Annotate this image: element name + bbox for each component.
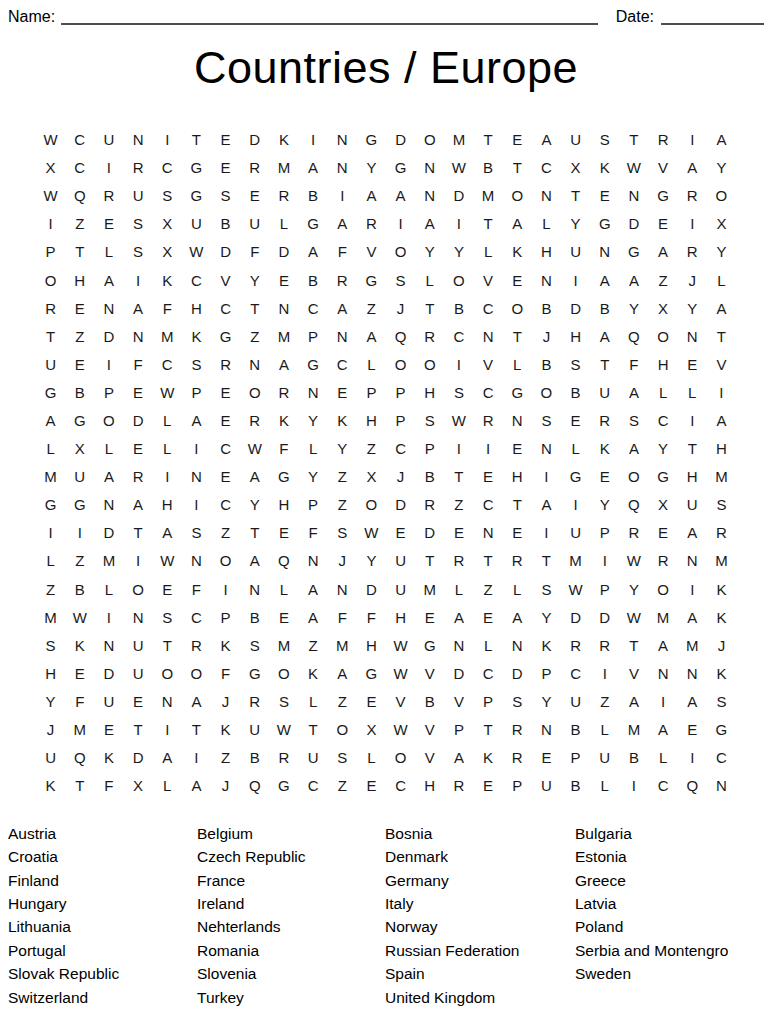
grid-cell[interactable]: K xyxy=(532,631,561,659)
grid-cell[interactable]: H xyxy=(357,631,386,659)
grid-cell[interactable]: E xyxy=(269,603,298,631)
grid-cell[interactable]: R xyxy=(678,238,707,266)
grid-cell[interactable]: W xyxy=(36,126,65,154)
grid-cell[interactable]: Z xyxy=(357,435,386,463)
grid-cell[interactable]: V xyxy=(707,350,736,378)
grid-cell[interactable]: Z xyxy=(298,631,327,659)
grid-cell[interactable]: M xyxy=(678,631,707,659)
grid-cell[interactable]: E xyxy=(473,772,502,800)
grid-cell[interactable]: L xyxy=(444,575,473,603)
grid-cell[interactable]: F xyxy=(65,687,94,715)
grid-cell[interactable]: A xyxy=(648,238,677,266)
grid-cell[interactable]: O xyxy=(648,575,677,603)
grid-cell[interactable]: I xyxy=(444,435,473,463)
grid-cell[interactable]: N xyxy=(415,154,444,182)
grid-cell[interactable]: P xyxy=(590,575,619,603)
grid-cell[interactable]: K xyxy=(153,266,182,294)
grid-cell[interactable]: S xyxy=(386,266,415,294)
grid-cell[interactable]: N xyxy=(328,322,357,350)
grid-cell[interactable]: K xyxy=(590,154,619,182)
grid-cell[interactable]: U xyxy=(561,126,590,154)
grid-cell[interactable]: M xyxy=(473,182,502,210)
grid-cell[interactable]: N xyxy=(707,772,736,800)
grid-cell[interactable]: E xyxy=(94,210,123,238)
grid-cell[interactable]: B xyxy=(415,463,444,491)
grid-cell[interactable]: S xyxy=(532,575,561,603)
grid-cell[interactable]: T xyxy=(36,322,65,350)
grid-cell[interactable]: R xyxy=(328,266,357,294)
grid-cell[interactable]: T xyxy=(240,294,269,322)
grid-cell[interactable]: E xyxy=(444,519,473,547)
grid-cell[interactable]: E xyxy=(561,406,590,434)
grid-cell[interactable]: I xyxy=(123,266,152,294)
grid-cell[interactable]: L xyxy=(473,238,502,266)
grid-cell[interactable]: H xyxy=(153,491,182,519)
grid-cell[interactable]: L xyxy=(94,238,123,266)
grid-cell[interactable]: R xyxy=(36,294,65,322)
grid-cell[interactable]: V xyxy=(619,659,648,687)
grid-cell[interactable]: E xyxy=(678,715,707,743)
grid-cell[interactable]: J xyxy=(211,687,240,715)
grid-cell[interactable]: R xyxy=(182,631,211,659)
grid-cell[interactable]: A xyxy=(503,603,532,631)
grid-cell[interactable]: B xyxy=(211,210,240,238)
grid-cell[interactable]: I xyxy=(590,547,619,575)
grid-cell[interactable]: G xyxy=(65,406,94,434)
grid-cell[interactable]: D xyxy=(211,238,240,266)
grid-cell[interactable]: X xyxy=(36,154,65,182)
grid-cell[interactable]: P xyxy=(357,378,386,406)
grid-cell[interactable]: C xyxy=(561,659,590,687)
grid-cell[interactable]: I xyxy=(532,519,561,547)
grid-cell[interactable]: G xyxy=(36,378,65,406)
grid-cell[interactable]: H xyxy=(561,322,590,350)
grid-cell[interactable]: B xyxy=(298,266,327,294)
grid-cell[interactable]: I xyxy=(590,659,619,687)
grid-cell[interactable]: C xyxy=(473,294,502,322)
grid-cell[interactable]: B xyxy=(532,294,561,322)
grid-cell[interactable]: N xyxy=(532,435,561,463)
grid-cell[interactable]: C xyxy=(707,744,736,772)
grid-cell[interactable]: D xyxy=(94,659,123,687)
grid-cell[interactable]: N xyxy=(240,350,269,378)
grid-cell[interactable]: L xyxy=(415,266,444,294)
grid-cell[interactable]: J xyxy=(386,294,415,322)
grid-cell[interactable]: R xyxy=(503,715,532,743)
grid-cell[interactable]: B xyxy=(240,744,269,772)
grid-cell[interactable]: T xyxy=(473,210,502,238)
grid-cell[interactable]: Y xyxy=(678,294,707,322)
grid-cell[interactable]: G xyxy=(298,210,327,238)
grid-cell[interactable]: E xyxy=(65,350,94,378)
grid-cell[interactable]: E xyxy=(269,519,298,547)
grid-cell[interactable]: B xyxy=(240,603,269,631)
grid-cell[interactable]: F xyxy=(357,603,386,631)
grid-cell[interactable]: W xyxy=(386,631,415,659)
grid-cell[interactable]: R xyxy=(473,406,502,434)
grid-cell[interactable]: Q xyxy=(269,547,298,575)
grid-cell[interactable]: S xyxy=(153,603,182,631)
grid-cell[interactable]: A xyxy=(590,322,619,350)
grid-cell[interactable]: Z xyxy=(357,294,386,322)
grid-cell[interactable]: Y xyxy=(619,575,648,603)
grid-cell[interactable]: N xyxy=(678,659,707,687)
grid-cell[interactable]: O xyxy=(532,378,561,406)
grid-cell[interactable]: S xyxy=(36,631,65,659)
grid-cell[interactable]: V xyxy=(415,744,444,772)
grid-cell[interactable]: G xyxy=(182,182,211,210)
grid-cell[interactable]: W xyxy=(619,603,648,631)
grid-cell[interactable]: L xyxy=(561,435,590,463)
grid-cell[interactable]: J xyxy=(386,463,415,491)
grid-cell[interactable]: L xyxy=(357,744,386,772)
grid-cell[interactable]: A xyxy=(123,491,152,519)
grid-cell[interactable]: O xyxy=(503,294,532,322)
grid-cell[interactable]: O xyxy=(211,547,240,575)
grid-cell[interactable]: Z xyxy=(328,463,357,491)
grid-cell[interactable]: W xyxy=(36,182,65,210)
grid-cell[interactable]: A xyxy=(298,238,327,266)
grid-cell[interactable]: B xyxy=(65,575,94,603)
grid-cell[interactable]: E xyxy=(415,603,444,631)
grid-cell[interactable]: H xyxy=(707,435,736,463)
grid-cell[interactable]: D xyxy=(561,294,590,322)
grid-cell[interactable]: A xyxy=(648,715,677,743)
grid-cell[interactable]: Y xyxy=(328,435,357,463)
grid-cell[interactable]: Y xyxy=(532,687,561,715)
grid-cell[interactable]: M xyxy=(153,322,182,350)
grid-cell[interactable]: M xyxy=(561,547,590,575)
grid-cell[interactable]: L xyxy=(678,378,707,406)
grid-cell[interactable]: S xyxy=(707,687,736,715)
grid-cell[interactable]: E xyxy=(211,463,240,491)
grid-cell[interactable]: T xyxy=(123,715,152,743)
grid-cell[interactable]: C xyxy=(532,154,561,182)
grid-cell[interactable]: B xyxy=(415,687,444,715)
grid-cell[interactable]: I xyxy=(65,519,94,547)
grid-cell[interactable]: N xyxy=(532,266,561,294)
grid-cell[interactable]: V xyxy=(473,350,502,378)
grid-cell[interactable]: Y xyxy=(707,238,736,266)
grid-cell[interactable]: D xyxy=(94,322,123,350)
grid-cell[interactable]: R xyxy=(123,463,152,491)
grid-cell[interactable]: N xyxy=(123,322,152,350)
grid-cell[interactable]: Y xyxy=(532,603,561,631)
grid-cell[interactable]: U xyxy=(36,744,65,772)
grid-cell[interactable]: Z xyxy=(211,519,240,547)
grid-cell[interactable]: D xyxy=(94,519,123,547)
grid-cell[interactable]: I xyxy=(94,603,123,631)
grid-cell[interactable]: S xyxy=(123,238,152,266)
grid-cell[interactable]: U xyxy=(182,210,211,238)
grid-cell[interactable]: D xyxy=(590,603,619,631)
grid-cell[interactable]: K xyxy=(269,126,298,154)
grid-cell[interactable]: O xyxy=(357,491,386,519)
grid-cell[interactable]: R xyxy=(503,744,532,772)
grid-cell[interactable]: N xyxy=(328,154,357,182)
grid-cell[interactable]: I xyxy=(532,463,561,491)
grid-cell[interactable]: P xyxy=(182,378,211,406)
grid-cell[interactable]: R xyxy=(415,491,444,519)
grid-cell[interactable]: F xyxy=(298,519,327,547)
grid-cell[interactable]: A xyxy=(328,210,357,238)
grid-cell[interactable]: E xyxy=(211,154,240,182)
grid-cell[interactable]: F xyxy=(619,350,648,378)
grid-cell[interactable]: Y xyxy=(619,294,648,322)
grid-cell[interactable]: L xyxy=(269,210,298,238)
grid-cell[interactable]: E xyxy=(386,519,415,547)
grid-cell[interactable]: T xyxy=(123,519,152,547)
grid-cell[interactable]: R xyxy=(269,182,298,210)
grid-cell[interactable]: H xyxy=(503,463,532,491)
grid-cell[interactable]: D xyxy=(415,519,444,547)
grid-cell[interactable]: N xyxy=(678,547,707,575)
grid-cell[interactable]: Y xyxy=(590,491,619,519)
grid-cell[interactable]: O xyxy=(153,659,182,687)
grid-cell[interactable]: M xyxy=(619,715,648,743)
grid-cell[interactable]: A xyxy=(182,687,211,715)
grid-cell[interactable]: H xyxy=(182,294,211,322)
grid-cell[interactable]: X xyxy=(153,210,182,238)
grid-cell[interactable]: R xyxy=(211,350,240,378)
grid-cell[interactable]: O xyxy=(328,715,357,743)
grid-cell[interactable]: L xyxy=(269,575,298,603)
grid-cell[interactable]: T xyxy=(590,350,619,378)
grid-cell[interactable]: T xyxy=(182,715,211,743)
grid-cell[interactable]: S xyxy=(619,406,648,434)
grid-cell[interactable]: L xyxy=(36,547,65,575)
grid-cell[interactable]: I xyxy=(444,210,473,238)
grid-cell[interactable]: A xyxy=(36,406,65,434)
grid-cell[interactable]: A xyxy=(182,406,211,434)
grid-cell[interactable]: U xyxy=(561,238,590,266)
grid-cell[interactable]: A xyxy=(503,210,532,238)
grid-cell[interactable]: L xyxy=(153,772,182,800)
grid-cell[interactable]: G xyxy=(269,463,298,491)
grid-cell[interactable]: L xyxy=(153,406,182,434)
grid-cell[interactable]: B xyxy=(473,154,502,182)
grid-cell[interactable]: P xyxy=(561,744,590,772)
grid-cell[interactable]: G xyxy=(619,238,648,266)
grid-cell[interactable]: A xyxy=(328,294,357,322)
grid-cell[interactable]: I xyxy=(36,519,65,547)
grid-cell[interactable]: Y xyxy=(415,238,444,266)
grid-cell[interactable]: K xyxy=(211,715,240,743)
grid-cell[interactable]: K xyxy=(298,659,327,687)
grid-cell[interactable]: J xyxy=(707,631,736,659)
grid-cell[interactable]: I xyxy=(473,435,502,463)
grid-cell[interactable]: E xyxy=(648,519,677,547)
grid-cell[interactable]: S xyxy=(590,126,619,154)
grid-cell[interactable]: Q xyxy=(386,322,415,350)
grid-cell[interactable]: W xyxy=(65,603,94,631)
grid-cell[interactable]: E xyxy=(590,463,619,491)
grid-cell[interactable]: N xyxy=(444,631,473,659)
grid-cell[interactable]: B xyxy=(444,294,473,322)
grid-cell[interactable]: N xyxy=(269,294,298,322)
grid-cell[interactable]: U xyxy=(65,463,94,491)
grid-cell[interactable]: D xyxy=(123,406,152,434)
grid-cell[interactable]: E xyxy=(65,659,94,687)
grid-cell[interactable]: N xyxy=(503,631,532,659)
grid-cell[interactable]: L xyxy=(532,210,561,238)
grid-cell[interactable]: R xyxy=(444,547,473,575)
grid-cell[interactable]: A xyxy=(240,547,269,575)
grid-cell[interactable]: D xyxy=(444,659,473,687)
grid-cell[interactable]: U xyxy=(386,547,415,575)
grid-cell[interactable]: I xyxy=(153,715,182,743)
grid-cell[interactable]: P xyxy=(298,491,327,519)
grid-cell[interactable]: A xyxy=(707,406,736,434)
grid-cell[interactable]: H xyxy=(269,491,298,519)
grid-cell[interactable]: R xyxy=(678,182,707,210)
grid-cell[interactable]: C xyxy=(386,772,415,800)
grid-cell[interactable]: E xyxy=(328,378,357,406)
grid-cell[interactable]: V xyxy=(386,687,415,715)
grid-cell[interactable]: A xyxy=(357,182,386,210)
grid-cell[interactable]: O xyxy=(503,182,532,210)
grid-cell[interactable]: N xyxy=(678,322,707,350)
grid-cell[interactable]: C xyxy=(298,294,327,322)
grid-cell[interactable]: A xyxy=(532,491,561,519)
grid-cell[interactable]: A xyxy=(678,603,707,631)
grid-cell[interactable]: T xyxy=(240,519,269,547)
grid-cell[interactable]: A xyxy=(590,266,619,294)
date-blank-line[interactable] xyxy=(661,11,764,25)
grid-cell[interactable]: D xyxy=(269,238,298,266)
grid-cell[interactable]: C xyxy=(298,772,327,800)
grid-cell[interactable]: L xyxy=(473,631,502,659)
grid-cell[interactable]: W xyxy=(386,715,415,743)
grid-cell[interactable]: A xyxy=(619,378,648,406)
grid-cell[interactable]: X xyxy=(648,294,677,322)
grid-cell[interactable]: L xyxy=(298,435,327,463)
grid-cell[interactable]: T xyxy=(182,126,211,154)
grid-cell[interactable]: Y xyxy=(298,406,327,434)
grid-cell[interactable]: W xyxy=(153,378,182,406)
grid-cell[interactable]: M xyxy=(65,715,94,743)
grid-cell[interactable]: J xyxy=(678,266,707,294)
grid-cell[interactable]: A xyxy=(444,603,473,631)
grid-cell[interactable]: L xyxy=(648,744,677,772)
grid-cell[interactable]: D xyxy=(357,575,386,603)
grid-cell[interactable]: M xyxy=(36,463,65,491)
grid-cell[interactable]: D xyxy=(619,210,648,238)
grid-cell[interactable]: O xyxy=(415,350,444,378)
grid-cell[interactable]: F xyxy=(328,238,357,266)
grid-cell[interactable]: X xyxy=(123,772,152,800)
grid-cell[interactable]: M xyxy=(444,126,473,154)
grid-cell[interactable]: K xyxy=(211,631,240,659)
grid-cell[interactable]: M xyxy=(328,631,357,659)
grid-cell[interactable]: I xyxy=(328,182,357,210)
grid-cell[interactable]: G xyxy=(357,126,386,154)
grid-cell[interactable]: A xyxy=(153,744,182,772)
grid-cell[interactable]: T xyxy=(415,547,444,575)
grid-cell[interactable]: C xyxy=(386,435,415,463)
grid-cell[interactable]: A xyxy=(648,631,677,659)
grid-cell[interactable]: H xyxy=(36,659,65,687)
grid-cell[interactable]: E xyxy=(590,182,619,210)
grid-cell[interactable]: D xyxy=(444,182,473,210)
grid-cell[interactable]: T xyxy=(503,154,532,182)
grid-cell[interactable]: M xyxy=(707,463,736,491)
grid-cell[interactable]: Z xyxy=(328,772,357,800)
grid-cell[interactable]: Z xyxy=(590,687,619,715)
grid-cell[interactable]: G xyxy=(65,491,94,519)
grid-cell[interactable]: K xyxy=(503,238,532,266)
grid-cell[interactable]: W xyxy=(619,154,648,182)
grid-cell[interactable]: C xyxy=(444,322,473,350)
grid-cell[interactable]: N xyxy=(94,491,123,519)
grid-cell[interactable]: O xyxy=(123,575,152,603)
grid-cell[interactable]: O xyxy=(648,322,677,350)
grid-cell[interactable]: W xyxy=(240,435,269,463)
grid-cell[interactable]: U xyxy=(298,744,327,772)
grid-cell[interactable]: K xyxy=(182,322,211,350)
grid-cell[interactable]: Y xyxy=(561,210,590,238)
grid-cell[interactable]: K xyxy=(590,435,619,463)
grid-cell[interactable]: V xyxy=(415,715,444,743)
grid-cell[interactable]: U xyxy=(561,687,590,715)
grid-cell[interactable]: E xyxy=(65,294,94,322)
grid-cell[interactable]: D xyxy=(386,126,415,154)
grid-cell[interactable]: Y xyxy=(444,238,473,266)
grid-cell[interactable]: A xyxy=(357,322,386,350)
grid-cell[interactable]: U xyxy=(240,210,269,238)
grid-cell[interactable]: I xyxy=(36,210,65,238)
grid-cell[interactable]: Y xyxy=(357,154,386,182)
grid-cell[interactable]: G xyxy=(415,631,444,659)
grid-cell[interactable]: A xyxy=(678,519,707,547)
grid-cell[interactable]: E xyxy=(269,266,298,294)
grid-cell[interactable]: O xyxy=(386,744,415,772)
grid-cell[interactable]: U xyxy=(123,631,152,659)
grid-cell[interactable]: K xyxy=(94,744,123,772)
grid-cell[interactable]: E xyxy=(94,715,123,743)
grid-cell[interactable]: E xyxy=(503,435,532,463)
grid-cell[interactable]: R xyxy=(648,547,677,575)
grid-cell[interactable]: T xyxy=(444,463,473,491)
grid-cell[interactable]: L xyxy=(298,687,327,715)
grid-cell[interactable]: U xyxy=(36,350,65,378)
grid-cell[interactable]: X xyxy=(357,463,386,491)
grid-cell[interactable]: R xyxy=(619,519,648,547)
grid-cell[interactable]: G xyxy=(648,463,677,491)
grid-cell[interactable]: S xyxy=(240,631,269,659)
grid-cell[interactable]: D xyxy=(386,491,415,519)
grid-cell[interactable]: O xyxy=(36,266,65,294)
grid-cell[interactable]: P xyxy=(473,687,502,715)
grid-cell[interactable]: T xyxy=(503,322,532,350)
grid-cell[interactable]: T xyxy=(503,491,532,519)
grid-cell[interactable]: F xyxy=(328,603,357,631)
grid-cell[interactable]: D xyxy=(240,126,269,154)
grid-cell[interactable]: C xyxy=(328,350,357,378)
grid-cell[interactable]: T xyxy=(298,715,327,743)
grid-cell[interactable]: J xyxy=(532,322,561,350)
grid-cell[interactable]: N xyxy=(182,463,211,491)
grid-cell[interactable]: R xyxy=(415,322,444,350)
grid-cell[interactable]: N xyxy=(94,631,123,659)
grid-cell[interactable]: I xyxy=(561,266,590,294)
grid-cell[interactable]: I xyxy=(94,350,123,378)
grid-cell[interactable]: C xyxy=(65,126,94,154)
grid-cell[interactable]: R xyxy=(444,772,473,800)
grid-cell[interactable]: R xyxy=(590,406,619,434)
grid-cell[interactable]: M xyxy=(648,603,677,631)
grid-cell[interactable]: V xyxy=(473,266,502,294)
